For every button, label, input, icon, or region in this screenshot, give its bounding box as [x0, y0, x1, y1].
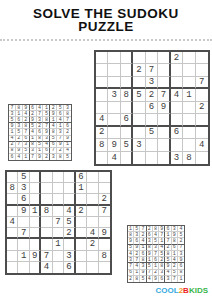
puzzle-cell-r2c9	[99, 183, 110, 194]
sudoku-solution-2-grid: 1572896348326471959643517825918342674269…	[127, 225, 185, 283]
puzzle-cell-r8c2: 1	[18, 251, 29, 262]
puzzle-cell-r5c3	[121, 102, 133, 114]
puzzle-cell-r8c3: 9	[30, 251, 41, 262]
puzzle-cell-r5c5: 6	[146, 102, 158, 114]
puzzle-cell-r5c7	[76, 217, 87, 228]
puzzle-cell-r1c5	[53, 172, 64, 183]
puzzle-cell-r4c8	[87, 206, 98, 217]
puzzle-cell-r9c1	[96, 152, 108, 164]
puzzle-cell-r6c6	[158, 114, 170, 126]
solution-cell-r9c2: 4	[16, 154, 23, 160]
puzzle-cell-r3c4	[133, 77, 145, 89]
puzzle-cell-r9c6: 6	[64, 262, 75, 273]
puzzle-cell-r7c7: 6	[171, 127, 183, 139]
solution-cell-r9c4: 7	[30, 154, 37, 160]
puzzle-cell-r4c2: 9	[18, 206, 29, 217]
puzzle-cell-r9c3	[30, 262, 41, 273]
puzzle-cell-r8c4: 7	[41, 251, 52, 262]
puzzle-cell-r4c1	[7, 206, 18, 217]
puzzle-cell-r9c7	[76, 262, 87, 273]
puzzle-cell-r9c9	[99, 262, 110, 273]
dotted-divider	[0, 39, 212, 41]
puzzle-cell-r2c1	[96, 64, 108, 76]
puzzle-cell-r9c9	[196, 152, 208, 164]
puzzle-cell-r5c4	[133, 102, 145, 114]
puzzle-cell-r7c9	[99, 239, 110, 250]
solution-cell-r9c5: 9	[37, 154, 44, 160]
puzzle-cell-r9c6	[158, 152, 170, 164]
puzzle-cell-r6c7	[171, 114, 183, 126]
puzzle-cell-r1c9	[196, 52, 208, 64]
puzzle-cell-r3c5: 3	[146, 77, 158, 89]
puzzle-cell-r2c4	[41, 183, 52, 194]
puzzle-cell-r5c9: 2	[196, 102, 208, 114]
puzzle-cell-r8c3: 5	[121, 139, 133, 151]
puzzle-cell-r6c3: 6	[121, 114, 133, 126]
puzzle-cell-r7c2	[18, 239, 29, 250]
puzzle-cell-r8c6: 3	[64, 251, 75, 262]
puzzle-cell-r8c9: 4	[196, 139, 208, 151]
puzzle-cell-r6c4	[133, 114, 145, 126]
puzzle-cell-r5c1: 4	[7, 217, 18, 228]
puzzle-cell-r2c5	[53, 183, 64, 194]
puzzle-cell-r7c3	[30, 239, 41, 250]
puzzle-cell-r9c3	[121, 152, 133, 164]
puzzle-cell-r8c6	[158, 139, 170, 151]
puzzle-cell-r5c9	[99, 217, 110, 228]
puzzle-cell-r4c6: 7	[158, 89, 170, 101]
puzzle-cell-r7c1: 2	[96, 127, 108, 139]
puzzle-cell-r2c4: 2	[133, 64, 145, 76]
puzzle-cell-r7c9	[196, 127, 208, 139]
puzzle-cell-r6c1	[7, 228, 18, 239]
puzzle-cell-r9c8	[87, 262, 98, 273]
puzzle-cell-r7c3	[121, 127, 133, 139]
puzzle-cell-r8c8	[87, 251, 98, 262]
puzzle-cell-r5c8	[183, 102, 195, 114]
puzzle-cell-r6c5	[146, 114, 158, 126]
puzzle-cell-r4c9: 7	[99, 206, 110, 217]
puzzle-cell-r9c4: 4	[41, 262, 52, 273]
puzzle-cell-r2c8	[87, 183, 98, 194]
puzzle-cell-r5c2	[18, 217, 29, 228]
puzzle-cell-r9c2: 4	[108, 152, 120, 164]
puzzle-cell-r3c3	[121, 77, 133, 89]
puzzle-cell-r5c1	[96, 102, 108, 114]
puzzle-cell-r5c6: 5	[64, 217, 75, 228]
puzzle-cell-r5c7	[171, 102, 183, 114]
puzzle-cell-r1c8	[87, 172, 98, 183]
puzzle-cell-r1c3	[121, 52, 133, 64]
puzzle-cell-r2c6	[158, 64, 170, 76]
puzzle-cell-r2c1: 8	[7, 183, 18, 194]
puzzle-cell-r7c8	[183, 127, 195, 139]
puzzle-cell-r8c9: 8	[99, 251, 110, 262]
puzzle-cell-r4c1	[96, 89, 108, 101]
puzzle-cell-r7c4	[41, 239, 52, 250]
puzzle-cell-r7c4	[133, 127, 145, 139]
page-title-line2: puzzle	[0, 20, 212, 33]
puzzle-cell-r5c8	[87, 217, 98, 228]
sudoku-puzzle-2-grid: 56831629184274757249121973846	[5, 170, 112, 275]
puzzle-cell-r3c7	[76, 194, 87, 205]
puzzle-cell-r4c5	[53, 206, 64, 217]
cool2bkids-logo: cool2bkids	[156, 286, 208, 295]
solution-cell-r9c9: 5	[64, 154, 71, 160]
puzzle-cell-r6c7	[76, 228, 87, 239]
puzzle-cell-r1c7: 2	[171, 52, 183, 64]
puzzle-cell-r1c5	[146, 52, 158, 64]
puzzle-cell-r4c5: 2	[146, 89, 158, 101]
puzzle-cell-r7c8: 2	[87, 239, 98, 250]
puzzle-cell-r4c7: 4	[171, 89, 183, 101]
puzzle-cell-r8c1	[7, 251, 18, 262]
puzzle-cell-r6c9	[196, 114, 208, 126]
puzzle-cell-r2c2	[108, 64, 120, 76]
puzzle-cell-r7c1	[7, 239, 18, 250]
puzzle-cell-r1c6	[158, 52, 170, 64]
puzzle-cell-r2c6	[64, 183, 75, 194]
solution-cell-r9c3: 1	[23, 154, 30, 160]
puzzle-cell-r3c3	[30, 194, 41, 205]
puzzle-cell-r5c3	[30, 217, 41, 228]
puzzle-cell-r1c2: 5	[18, 172, 29, 183]
puzzle-cell-r2c7	[171, 64, 183, 76]
puzzle-cell-r1c1	[7, 172, 18, 183]
puzzle-cell-r1c4	[133, 52, 145, 64]
puzzle-cell-r4c3: 8	[121, 89, 133, 101]
puzzle-cell-r9c4	[133, 152, 145, 164]
puzzle-cell-r5c5: 7	[53, 217, 64, 228]
puzzle-cell-r6c1: 4	[96, 114, 108, 126]
solution-cell-r9c9: 1	[178, 276, 184, 282]
puzzle-cell-r6c2	[108, 114, 120, 126]
puzzle-cell-r3c7	[171, 77, 183, 89]
puzzle-cell-r4c6: 4	[64, 206, 75, 217]
puzzle-cell-r8c1: 8	[96, 139, 108, 151]
puzzle-cell-r4c4: 8	[41, 206, 52, 217]
puzzle-cell-r7c6	[158, 127, 170, 139]
puzzle-cell-r3c4	[41, 194, 52, 205]
puzzle-cell-r6c9: 9	[99, 228, 110, 239]
puzzle-cell-r6c6: 2	[64, 228, 75, 239]
logo-segment-cool: cool	[156, 286, 179, 295]
puzzle-cell-r9c1	[7, 262, 18, 273]
puzzle-cell-r3c9: 2	[99, 194, 110, 205]
worksheet-page: Solve the sudoku puzzle 2273738527416924…	[0, 0, 212, 300]
puzzle-cell-r1c6	[64, 172, 75, 183]
puzzle-cell-r6c5	[53, 228, 64, 239]
puzzle-cell-r3c6	[158, 77, 170, 89]
puzzle-cell-r3c8	[87, 194, 98, 205]
puzzle-cell-r5c4	[41, 217, 52, 228]
puzzle-cell-r1c4	[41, 172, 52, 183]
puzzle-cell-r2c5: 7	[146, 64, 158, 76]
puzzle-cell-r1c9	[99, 172, 110, 183]
page-title: Solve the sudoku puzzle	[0, 7, 212, 33]
puzzle-cell-r4c7: 2	[76, 206, 87, 217]
puzzle-cell-r9c5	[146, 152, 158, 164]
puzzle-cell-r4c4: 5	[133, 89, 145, 101]
puzzle-cell-r3c2: 6	[18, 194, 29, 205]
sudoku-solution-1-grid: 7896412533142759685629381479385274161574…	[8, 104, 72, 161]
puzzle-cell-r8c2: 9	[108, 139, 120, 151]
puzzle-cell-r1c3	[30, 172, 41, 183]
puzzle-cell-r1c2	[108, 52, 120, 64]
puzzle-cell-r2c8	[183, 64, 195, 76]
puzzle-cell-r7c6	[64, 239, 75, 250]
puzzle-cell-r6c2: 7	[18, 228, 29, 239]
puzzle-cell-r7c5: 1	[53, 239, 64, 250]
puzzle-cell-r3c5	[53, 194, 64, 205]
puzzle-cell-r6c8	[183, 114, 195, 126]
solution-cell-r9c7: 3	[50, 154, 57, 160]
logo-segment-kids: kids	[189, 286, 208, 295]
puzzle-cell-r8c8	[183, 139, 195, 151]
puzzle-cell-r3c1	[96, 77, 108, 89]
puzzle-cell-r7c7	[76, 239, 87, 250]
puzzle-cell-r2c9	[196, 64, 208, 76]
puzzle-cell-r6c8: 4	[87, 228, 98, 239]
puzzle-cell-r8c5	[146, 139, 158, 151]
puzzle-cell-r9c5	[53, 262, 64, 273]
solution-cell-r9c1: 6	[9, 154, 16, 160]
puzzle-cell-r8c5	[53, 251, 64, 262]
puzzle-cell-r4c9	[196, 89, 208, 101]
puzzle-cell-r1c8	[183, 52, 195, 64]
puzzle-cell-r1c7: 6	[76, 172, 87, 183]
puzzle-cell-r7c2	[108, 127, 120, 139]
puzzle-cell-r3c6	[64, 194, 75, 205]
puzzle-cell-r5c6: 9	[158, 102, 170, 114]
puzzle-cell-r3c8	[183, 77, 195, 89]
puzzle-cell-r9c2	[18, 262, 29, 273]
puzzle-cell-r4c2: 3	[108, 89, 120, 101]
puzzle-cell-r8c4: 3	[133, 139, 145, 151]
puzzle-cell-r9c8: 8	[183, 152, 195, 164]
puzzle-cell-r1c1	[96, 52, 108, 64]
puzzle-cell-r6c3	[30, 228, 41, 239]
puzzle-cell-r2c3	[30, 183, 41, 194]
solution-cell-r9c8: 8	[57, 154, 64, 160]
puzzle-cell-r2c2: 3	[18, 183, 29, 194]
puzzle-cell-r2c7: 1	[76, 183, 87, 194]
puzzle-cell-r8c7	[76, 251, 87, 262]
solution-cell-r9c6: 2	[43, 154, 50, 160]
puzzle-cell-r9c7: 3	[171, 152, 183, 164]
puzzle-cell-r4c3: 1	[30, 206, 41, 217]
sudoku-puzzle-1-grid: 2273738527416924625689534438	[94, 50, 210, 166]
puzzle-cell-r4c8: 1	[183, 89, 195, 101]
puzzle-cell-r5c2	[108, 102, 120, 114]
puzzle-cell-r3c9: 7	[196, 77, 208, 89]
puzzle-cell-r6c4	[41, 228, 52, 239]
puzzle-cell-r3c2	[108, 77, 120, 89]
puzzle-cell-r2c3	[121, 64, 133, 76]
puzzle-cell-r3c1	[7, 194, 18, 205]
puzzle-cell-r7c5: 5	[146, 127, 158, 139]
puzzle-cell-r8c7	[171, 139, 183, 151]
